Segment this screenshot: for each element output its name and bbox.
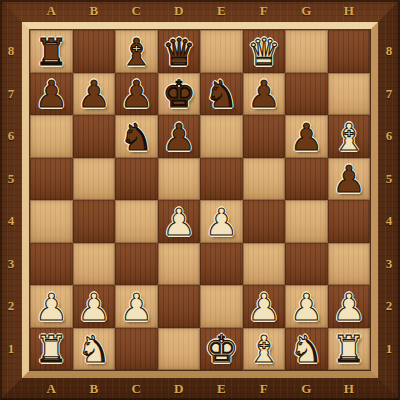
square-b2[interactable]: ♟: [73, 285, 116, 328]
square-g6[interactable]: ♟: [285, 115, 328, 158]
square-g3[interactable]: [285, 243, 328, 286]
square-e7[interactable]: ♞: [200, 73, 243, 116]
square-h3[interactable]: [328, 243, 371, 286]
square-c2[interactable]: ♟: [115, 285, 158, 328]
square-h5[interactable]: ♟: [328, 158, 371, 201]
square-g4[interactable]: [285, 200, 328, 243]
square-d5[interactable]: [158, 158, 201, 201]
piece-white-rook[interactable]: ♜: [35, 331, 68, 368]
piece-black-pawn[interactable]: ♟: [290, 119, 323, 156]
square-a3[interactable]: [30, 243, 73, 286]
square-b4[interactable]: [73, 200, 116, 243]
square-b1[interactable]: ♞: [73, 328, 116, 371]
piece-black-pawn[interactable]: ♟: [162, 119, 195, 156]
square-f7[interactable]: ♟: [243, 73, 286, 116]
square-h1[interactable]: ♜: [328, 328, 371, 371]
piece-white-pawn[interactable]: ♟: [35, 289, 68, 326]
square-c4[interactable]: [115, 200, 158, 243]
piece-white-pawn[interactable]: ♟: [205, 204, 238, 241]
square-d7[interactable]: ♚: [158, 73, 201, 116]
square-f6[interactable]: [243, 115, 286, 158]
square-b8[interactable]: [73, 30, 116, 73]
square-a4[interactable]: [30, 200, 73, 243]
square-b3[interactable]: [73, 243, 116, 286]
square-d1[interactable]: [158, 328, 201, 371]
piece-white-pawn[interactable]: ♟: [77, 289, 110, 326]
piece-black-pawn[interactable]: ♟: [77, 76, 110, 113]
square-h7[interactable]: [328, 73, 371, 116]
square-f2[interactable]: ♟: [243, 285, 286, 328]
piece-white-knight[interactable]: ♞: [77, 331, 110, 368]
piece-white-king[interactable]: ♚: [205, 331, 238, 368]
square-c1[interactable]: [115, 328, 158, 371]
square-a8[interactable]: ♜: [30, 30, 73, 73]
square-a1[interactable]: ♜: [30, 328, 73, 371]
square-c5[interactable]: [115, 158, 158, 201]
square-f4[interactable]: [243, 200, 286, 243]
square-a6[interactable]: [30, 115, 73, 158]
square-e8[interactable]: [200, 30, 243, 73]
piece-white-pawn[interactable]: ♟: [290, 289, 323, 326]
square-d3[interactable]: [158, 243, 201, 286]
square-c7[interactable]: ♟: [115, 73, 158, 116]
piece-white-pawn[interactable]: ♟: [332, 289, 365, 326]
square-d2[interactable]: [158, 285, 201, 328]
square-e4[interactable]: ♟: [200, 200, 243, 243]
square-h8[interactable]: [328, 30, 371, 73]
chess-board-window: ♜♝♛♛♟♟♟♚♞♟♞♟♟♝♟♟♟♟♟♟♟♟♟♜♞♚♝♞♜ ABCDEFGH A…: [0, 0, 400, 400]
piece-white-pawn[interactable]: ♟: [247, 289, 280, 326]
board: ♜♝♛♛♟♟♟♚♞♟♞♟♟♝♟♟♟♟♟♟♟♟♟♜♞♚♝♞♜: [30, 30, 370, 370]
piece-black-knight[interactable]: ♞: [120, 119, 153, 156]
square-f8[interactable]: ♛: [243, 30, 286, 73]
piece-white-bishop[interactable]: ♝: [247, 331, 280, 368]
square-a2[interactable]: ♟: [30, 285, 73, 328]
piece-black-pawn[interactable]: ♟: [332, 161, 365, 198]
square-f1[interactable]: ♝: [243, 328, 286, 371]
square-b5[interactable]: [73, 158, 116, 201]
piece-black-pawn[interactable]: ♟: [120, 76, 153, 113]
square-e6[interactable]: [200, 115, 243, 158]
square-f3[interactable]: [243, 243, 286, 286]
piece-black-knight[interactable]: ♞: [205, 76, 238, 113]
square-d8[interactable]: ♛: [158, 30, 201, 73]
square-g1[interactable]: ♞: [285, 328, 328, 371]
piece-black-bishop[interactable]: ♝: [120, 34, 153, 71]
piece-black-pawn[interactable]: ♟: [35, 76, 68, 113]
piece-white-bishop[interactable]: ♝: [332, 119, 365, 156]
square-g5[interactable]: [285, 158, 328, 201]
piece-white-queen[interactable]: ♛: [247, 34, 280, 71]
square-d4[interactable]: ♟: [158, 200, 201, 243]
piece-white-rook[interactable]: ♜: [332, 331, 365, 368]
piece-black-pawn[interactable]: ♟: [247, 76, 280, 113]
piece-black-queen[interactable]: ♛: [162, 34, 195, 71]
square-b7[interactable]: ♟: [73, 73, 116, 116]
square-g8[interactable]: [285, 30, 328, 73]
piece-black-rook[interactable]: ♜: [35, 34, 68, 71]
square-h6[interactable]: ♝: [328, 115, 371, 158]
square-h4[interactable]: [328, 200, 371, 243]
piece-white-pawn[interactable]: ♟: [120, 289, 153, 326]
piece-white-knight[interactable]: ♞: [290, 331, 323, 368]
square-e2[interactable]: [200, 285, 243, 328]
square-f5[interactable]: [243, 158, 286, 201]
square-e3[interactable]: [200, 243, 243, 286]
square-a5[interactable]: [30, 158, 73, 201]
square-b6[interactable]: [73, 115, 116, 158]
square-g7[interactable]: [285, 73, 328, 116]
square-g2[interactable]: ♟: [285, 285, 328, 328]
square-a7[interactable]: ♟: [30, 73, 73, 116]
square-c3[interactable]: [115, 243, 158, 286]
square-h2[interactable]: ♟: [328, 285, 371, 328]
square-c8[interactable]: ♝: [115, 30, 158, 73]
square-e1[interactable]: ♚: [200, 328, 243, 371]
piece-black-king[interactable]: ♚: [162, 76, 195, 113]
square-e5[interactable]: [200, 158, 243, 201]
square-d6[interactable]: ♟: [158, 115, 201, 158]
square-c6[interactable]: ♞: [115, 115, 158, 158]
piece-white-pawn[interactable]: ♟: [162, 204, 195, 241]
